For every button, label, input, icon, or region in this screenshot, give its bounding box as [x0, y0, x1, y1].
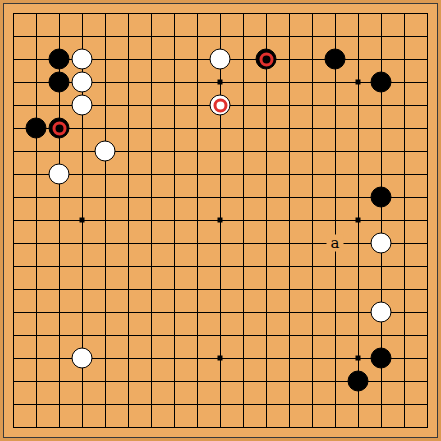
go-board: a	[0, 0, 441, 441]
stone-white	[210, 49, 231, 70]
stone-white	[72, 348, 93, 369]
stone-black	[49, 72, 70, 93]
star-point	[218, 356, 223, 361]
stone-black-circle-marked	[49, 118, 70, 139]
stone-black	[26, 118, 47, 139]
circle-mark-icon	[213, 98, 227, 112]
stone-white-circle-marked	[210, 95, 231, 116]
point-label-a: a	[327, 235, 344, 252]
stone-white	[371, 233, 392, 254]
stone-black	[325, 49, 346, 70]
stone-black	[348, 371, 369, 392]
star-point	[356, 218, 361, 223]
stone-white	[72, 49, 93, 70]
stone-black	[371, 348, 392, 369]
stone-black	[371, 72, 392, 93]
stone-white	[72, 95, 93, 116]
circle-mark-icon	[52, 121, 66, 135]
circle-mark-icon	[259, 52, 273, 66]
stone-white	[371, 302, 392, 323]
star-point	[218, 80, 223, 85]
star-point	[356, 356, 361, 361]
star-point	[356, 80, 361, 85]
stone-white	[95, 141, 116, 162]
stone-white	[72, 72, 93, 93]
stone-black	[371, 187, 392, 208]
stone-black-circle-marked	[256, 49, 277, 70]
star-point	[218, 218, 223, 223]
stone-black	[49, 49, 70, 70]
stone-white	[49, 164, 70, 185]
star-point	[80, 218, 85, 223]
